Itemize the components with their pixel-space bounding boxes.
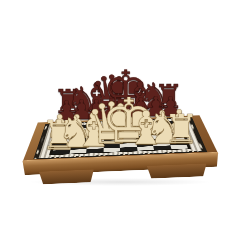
- square-g1: [153, 145, 171, 150]
- square-d1: [103, 148, 120, 153]
- square-f1: [137, 146, 154, 151]
- square-h1: [170, 145, 188, 150]
- square-b1: [69, 149, 86, 154]
- board-border-inner-line: [49, 120, 191, 155]
- square-c1: [86, 148, 103, 153]
- square-a1: [52, 150, 70, 155]
- square-e1: [120, 147, 137, 152]
- board-border-mosaic: [39, 118, 202, 158]
- chess-set-product-photo[interactable]: ♜♞♝♛♚♝♞♜♟♟♟♟♟♟♟♟♟♟♟♟♟♟♟♟♜♞♝♛♚♝♞♜: [0, 0, 240, 240]
- board-foot-left: [39, 169, 95, 184]
- board-border-dotted-inlay: [33, 117, 207, 159]
- board-foot-right: [147, 163, 208, 179]
- chessboard: [0, 0, 240, 240]
- squares-grid: [52, 121, 188, 154]
